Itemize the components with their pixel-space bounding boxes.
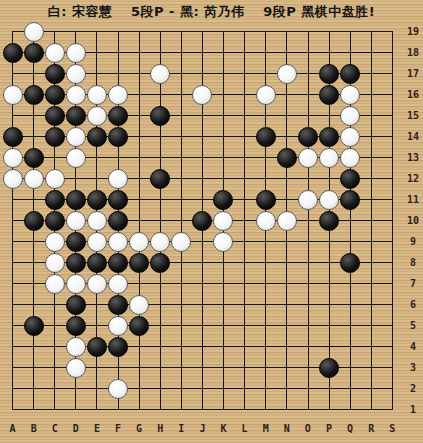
- stone-black-A14: [3, 127, 23, 147]
- stone-black-F15: [108, 106, 128, 126]
- stone-white-C9: [45, 232, 65, 252]
- column-label-Q: Q: [340, 420, 361, 438]
- row-label-4: 4: [403, 336, 423, 357]
- column-label-L: L: [234, 420, 255, 438]
- column-label-O: O: [297, 420, 318, 438]
- row-label-2: 2: [403, 378, 423, 399]
- stone-black-J10: [192, 211, 212, 231]
- stone-white-H17: [150, 64, 170, 84]
- stone-white-D7: [66, 274, 86, 294]
- column-label-N: N: [276, 420, 297, 438]
- stone-black-C15: [45, 106, 65, 126]
- stone-white-K9: [213, 232, 233, 252]
- stone-white-F16: [108, 85, 128, 105]
- column-label-K: K: [213, 420, 234, 438]
- stone-black-D11: [66, 190, 86, 210]
- stone-black-E14: [87, 127, 107, 147]
- stone-white-C18: [45, 43, 65, 63]
- stone-black-O14: [298, 127, 318, 147]
- stone-white-J16: [192, 85, 212, 105]
- stone-black-P14: [319, 127, 339, 147]
- stone-white-F7: [108, 274, 128, 294]
- stone-white-E7: [87, 274, 107, 294]
- stone-black-F11: [108, 190, 128, 210]
- stone-white-H9: [150, 232, 170, 252]
- stone-white-N17: [277, 64, 297, 84]
- star-point: [199, 343, 206, 350]
- stone-black-F10: [108, 211, 128, 231]
- stone-black-P10: [319, 211, 339, 231]
- stone-white-M16: [256, 85, 276, 105]
- stone-black-H8: [150, 253, 170, 273]
- stone-black-F4: [108, 337, 128, 357]
- row-label-8: 8: [403, 252, 423, 273]
- row-label-7: 7: [403, 273, 423, 294]
- column-label-F: F: [107, 420, 128, 438]
- stone-white-B19: [24, 22, 44, 42]
- stone-white-E15: [87, 106, 107, 126]
- row-label-12: 12: [403, 168, 423, 189]
- stone-white-N10: [277, 211, 297, 231]
- stone-white-P11: [319, 190, 339, 210]
- row-label-14: 14: [403, 126, 423, 147]
- stone-black-Q8: [340, 253, 360, 273]
- row-label-17: 17: [403, 63, 423, 84]
- stone-black-H12: [150, 169, 170, 189]
- column-label-I: I: [171, 420, 192, 438]
- row-labels: 19181716151413121110987654321: [403, 21, 423, 420]
- stone-black-G8: [129, 253, 149, 273]
- stone-white-C8: [45, 253, 65, 273]
- stone-black-C11: [45, 190, 65, 210]
- stone-black-D6: [66, 295, 86, 315]
- stone-black-F6: [108, 295, 128, 315]
- column-label-J: J: [192, 420, 213, 438]
- column-label-B: B: [23, 420, 44, 438]
- stone-white-M10: [256, 211, 276, 231]
- stone-white-I9: [171, 232, 191, 252]
- stone-black-Q11: [340, 190, 360, 210]
- column-label-P: P: [318, 420, 339, 438]
- column-label-H: H: [150, 420, 171, 438]
- stone-white-Q14: [340, 127, 360, 147]
- stone-white-F12: [108, 169, 128, 189]
- stone-black-B13: [24, 148, 44, 168]
- column-label-R: R: [361, 420, 382, 438]
- row-label-16: 16: [403, 84, 423, 105]
- column-label-G: G: [129, 420, 150, 438]
- stone-white-D10: [66, 211, 86, 231]
- stone-white-D14: [66, 127, 86, 147]
- column-label-M: M: [255, 420, 276, 438]
- stone-black-E11: [87, 190, 107, 210]
- stone-black-B5: [24, 316, 44, 336]
- stone-white-D16: [66, 85, 86, 105]
- stone-white-P13: [319, 148, 339, 168]
- row-label-15: 15: [403, 105, 423, 126]
- stone-white-D18: [66, 43, 86, 63]
- stone-white-O11: [298, 190, 318, 210]
- row-label-18: 18: [403, 42, 423, 63]
- row-label-3: 3: [403, 357, 423, 378]
- row-label-5: 5: [403, 315, 423, 336]
- row-label-6: 6: [403, 294, 423, 315]
- stone-black-D15: [66, 106, 86, 126]
- stone-black-B10: [24, 211, 44, 231]
- stone-white-E16: [87, 85, 107, 105]
- star-point: [326, 343, 333, 350]
- stone-black-E8: [87, 253, 107, 273]
- stone-black-Q17: [340, 64, 360, 84]
- stone-white-A13: [3, 148, 23, 168]
- stone-white-E10: [87, 211, 107, 231]
- stone-black-N13: [277, 148, 297, 168]
- column-label-D: D: [65, 420, 86, 438]
- go-game-viewer: 白: 宋容慧 5段P - 黑: 芮乃伟 9段P 黑棋中盘胜! ABCDEFGHI…: [0, 0, 423, 443]
- stone-black-D8: [66, 253, 86, 273]
- stone-black-Q12: [340, 169, 360, 189]
- stone-black-C10: [45, 211, 65, 231]
- row-label-11: 11: [403, 189, 423, 210]
- stone-black-P17: [319, 64, 339, 84]
- go-board[interactable]: [2, 21, 403, 420]
- stone-black-F14: [108, 127, 128, 147]
- stone-black-C17: [45, 64, 65, 84]
- stone-black-C14: [45, 127, 65, 147]
- game-info-title: 白: 宋容慧 5段P - 黑: 芮乃伟 9段P 黑棋中盘胜!: [48, 4, 376, 19]
- stone-black-M11: [256, 190, 276, 210]
- column-labels: ABCDEFGHIJKLMNOPQRS: [2, 420, 403, 438]
- column-label-S: S: [382, 420, 403, 438]
- stone-white-D3: [66, 358, 86, 378]
- column-label-C: C: [44, 420, 65, 438]
- stone-white-B12: [24, 169, 44, 189]
- stone-white-C12: [45, 169, 65, 189]
- stone-black-A18: [3, 43, 23, 63]
- stone-black-G5: [129, 316, 149, 336]
- stone-black-F8: [108, 253, 128, 273]
- stone-white-Q16: [340, 85, 360, 105]
- stone-white-D13: [66, 148, 86, 168]
- stone-black-E4: [87, 337, 107, 357]
- stone-black-P16: [319, 85, 339, 105]
- row-label-1: 1: [403, 399, 423, 420]
- stone-white-F2: [108, 379, 128, 399]
- stone-black-H15: [150, 106, 170, 126]
- stone-white-K10: [213, 211, 233, 231]
- game-info-header: 白: 宋容慧 5段P - 黑: 芮乃伟 9段P 黑棋中盘胜!: [0, 3, 423, 21]
- stone-white-F5: [108, 316, 128, 336]
- stone-white-E9: [87, 232, 107, 252]
- stone-white-F9: [108, 232, 128, 252]
- stone-black-M14: [256, 127, 276, 147]
- stone-white-A12: [3, 169, 23, 189]
- stone-black-D9: [66, 232, 86, 252]
- stone-black-B18: [24, 43, 44, 63]
- stone-white-G6: [129, 295, 149, 315]
- stone-black-D5: [66, 316, 86, 336]
- row-label-9: 9: [403, 231, 423, 252]
- stone-black-B16: [24, 85, 44, 105]
- column-label-A: A: [2, 420, 23, 438]
- stone-white-Q15: [340, 106, 360, 126]
- stone-black-C16: [45, 85, 65, 105]
- column-label-E: E: [86, 420, 107, 438]
- row-label-10: 10: [403, 210, 423, 231]
- stone-white-O13: [298, 148, 318, 168]
- stone-black-P3: [319, 358, 339, 378]
- stone-white-A16: [3, 85, 23, 105]
- stone-white-Q13: [340, 148, 360, 168]
- stone-black-K11: [213, 190, 233, 210]
- row-label-13: 13: [403, 147, 423, 168]
- row-label-19: 19: [403, 21, 423, 42]
- stone-white-G9: [129, 232, 149, 252]
- stone-white-D4: [66, 337, 86, 357]
- stone-white-C7: [45, 274, 65, 294]
- stone-white-D17: [66, 64, 86, 84]
